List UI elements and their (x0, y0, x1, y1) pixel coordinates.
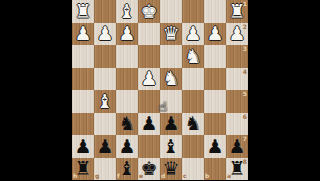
square-b7[interactable]: ♟ (204, 135, 226, 158)
square-h6[interactable] (72, 113, 94, 136)
square-e1[interactable]: ♚ (138, 0, 160, 23)
piece-white-knight[interactable]: ♞ (182, 45, 204, 68)
square-b6[interactable] (204, 113, 226, 136)
square-g1[interactable] (94, 0, 116, 23)
square-f2[interactable]: ♟ (116, 23, 138, 46)
square-a1[interactable]: ♜1 (226, 0, 248, 23)
file-label-g: g (95, 173, 99, 179)
square-h7[interactable]: ♟ (72, 135, 94, 158)
chess-board: ♜♝♚♜1♟♟♟♛♟♟♟2♞3♟♞4♝5♞♟♟♞6♟♟♟♝♟♟7♜hg♝f♚e♛… (72, 0, 248, 180)
square-d7[interactable]: ♝ (160, 135, 182, 158)
square-c1[interactable] (182, 0, 204, 23)
square-d8[interactable]: ♛d (160, 158, 182, 181)
file-label-c: c (183, 173, 187, 179)
piece-white-bishop[interactable]: ♝ (94, 90, 116, 113)
square-a2[interactable]: ♟2 (226, 23, 248, 46)
square-a5[interactable]: 5 (226, 90, 248, 113)
piece-white-bishop[interactable]: ♝ (116, 0, 138, 23)
piece-white-pawn[interactable]: ♟ (204, 23, 226, 46)
piece-white-pawn[interactable]: ♟ (138, 68, 160, 91)
square-b3[interactable] (204, 45, 226, 68)
file-label-h: h (73, 173, 77, 179)
square-d3[interactable] (160, 45, 182, 68)
square-h2[interactable]: ♟ (72, 23, 94, 46)
square-h3[interactable] (72, 45, 94, 68)
file-label-a: a (227, 173, 231, 179)
square-c3[interactable]: ♞ (182, 45, 204, 68)
square-b2[interactable]: ♟ (204, 23, 226, 46)
piece-white-king[interactable]: ♚ (138, 0, 160, 23)
square-h4[interactable] (72, 68, 94, 91)
square-g6[interactable] (94, 113, 116, 136)
square-b8[interactable]: b (204, 158, 226, 181)
square-b1[interactable] (204, 0, 226, 23)
piece-black-pawn[interactable]: ♟ (94, 135, 116, 158)
piece-white-pawn[interactable]: ♟ (72, 23, 94, 46)
letterbox-right (248, 0, 320, 180)
piece-white-pawn[interactable]: ♟ (116, 23, 138, 46)
rank-label-7: 7 (243, 136, 247, 142)
file-label-f: f (117, 173, 120, 179)
square-c2[interactable]: ♟ (182, 23, 204, 46)
square-c4[interactable] (182, 68, 204, 91)
square-g3[interactable] (94, 45, 116, 68)
square-e2[interactable] (138, 23, 160, 46)
square-h5[interactable] (72, 90, 94, 113)
square-g5[interactable]: ♝ (94, 90, 116, 113)
square-b4[interactable] (204, 68, 226, 91)
square-f3[interactable] (116, 45, 138, 68)
letterbox-left (0, 0, 72, 180)
rank-label-3: 3 (243, 46, 247, 52)
square-e3[interactable] (138, 45, 160, 68)
square-d2[interactable]: ♛ (160, 23, 182, 46)
square-e5[interactable] (138, 90, 160, 113)
square-f7[interactable]: ♟ (116, 135, 138, 158)
piece-black-bishop[interactable]: ♝ (160, 135, 182, 158)
square-f5[interactable] (116, 90, 138, 113)
square-e7[interactable] (138, 135, 160, 158)
square-g2[interactable]: ♟ (94, 23, 116, 46)
file-label-d: d (161, 173, 165, 179)
piece-black-pawn[interactable]: ♟ (204, 135, 226, 158)
square-d4[interactable]: ♞ (160, 68, 182, 91)
rank-label-8: 8 (243, 159, 247, 165)
piece-white-rook[interactable]: ♜ (72, 0, 94, 23)
square-g7[interactable]: ♟ (94, 135, 116, 158)
square-d5[interactable] (160, 90, 182, 113)
square-f6[interactable]: ♞ (116, 113, 138, 136)
rank-label-1: 1 (243, 1, 247, 7)
square-e4[interactable]: ♟ (138, 68, 160, 91)
square-e6[interactable]: ♟ (138, 113, 160, 136)
square-h8[interactable]: ♜h (72, 158, 94, 181)
piece-white-pawn[interactable]: ♟ (94, 23, 116, 46)
square-a7[interactable]: ♟7 (226, 135, 248, 158)
rank-label-2: 2 (243, 24, 247, 30)
square-h1[interactable]: ♜ (72, 0, 94, 23)
square-c6[interactable]: ♞ (182, 113, 204, 136)
piece-black-pawn[interactable]: ♟ (72, 135, 94, 158)
square-d1[interactable] (160, 0, 182, 23)
square-c8[interactable]: c (182, 158, 204, 181)
square-e8[interactable]: ♚e (138, 158, 160, 181)
square-g4[interactable] (94, 68, 116, 91)
square-c5[interactable] (182, 90, 204, 113)
rank-label-6: 6 (243, 114, 247, 120)
square-a4[interactable]: 4 (226, 68, 248, 91)
chess-app-window: ♜♝♚♜1♟♟♟♛♟♟♟2♞3♟♞4♝5♞♟♟♞6♟♟♟♝♟♟7♜hg♝f♚e♛… (0, 0, 320, 180)
piece-black-knight[interactable]: ♞ (182, 113, 204, 136)
rank-label-4: 4 (243, 69, 247, 75)
file-label-e: e (139, 173, 143, 179)
square-a6[interactable]: 6 (226, 113, 248, 136)
piece-white-knight[interactable]: ♞ (160, 68, 182, 91)
piece-black-pawn[interactable]: ♟ (138, 113, 160, 136)
square-a3[interactable]: 3 (226, 45, 248, 68)
square-c7[interactable] (182, 135, 204, 158)
square-f4[interactable] (116, 68, 138, 91)
square-a8[interactable]: ♜8a (226, 158, 248, 181)
file-label-b: b (205, 173, 209, 179)
piece-black-knight[interactable]: ♞ (116, 113, 138, 136)
piece-white-queen[interactable]: ♛ (160, 23, 182, 46)
square-b5[interactable] (204, 90, 226, 113)
piece-black-pawn[interactable]: ♟ (160, 113, 182, 136)
square-g8[interactable]: g (94, 158, 116, 181)
piece-black-pawn[interactable]: ♟ (116, 135, 138, 158)
square-f1[interactable]: ♝ (116, 0, 138, 23)
piece-white-pawn[interactable]: ♟ (182, 23, 204, 46)
square-d6[interactable]: ♟ (160, 113, 182, 136)
square-f8[interactable]: ♝f (116, 158, 138, 181)
rank-label-5: 5 (243, 91, 247, 97)
